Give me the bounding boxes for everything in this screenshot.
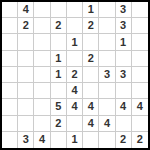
cell-r6c4[interactable] <box>51 83 67 99</box>
cell-r3c6[interactable] <box>83 34 99 50</box>
cell-r9c7[interactable] <box>99 132 115 148</box>
cell-r8c6[interactable]: 4 <box>83 116 99 132</box>
cell-r4c8[interactable] <box>116 51 132 67</box>
cell-r4c1[interactable] <box>2 51 18 67</box>
cell-r3c5[interactable]: 1 <box>67 34 83 50</box>
cell-r9c5[interactable]: 1 <box>67 132 83 148</box>
cell-r3c7[interactable] <box>99 34 115 50</box>
cell-r4c7[interactable] <box>99 51 115 67</box>
cell-r7c1[interactable] <box>2 99 18 115</box>
cell-r5c3[interactable] <box>34 67 50 83</box>
cell-r1c4[interactable] <box>51 2 67 18</box>
cell-r2c6[interactable]: 2 <box>83 18 99 34</box>
cell-r9c8[interactable]: 2 <box>116 132 132 148</box>
cell-r4c5[interactable] <box>67 51 83 67</box>
cell-r9c2[interactable]: 3 <box>18 132 34 148</box>
cell-r6c2[interactable] <box>18 83 34 99</box>
cell-r4c4[interactable]: 1 <box>51 51 67 67</box>
cell-r1c8[interactable]: 3 <box>116 2 132 18</box>
cell-r7c4[interactable]: 5 <box>51 99 67 115</box>
cell-r6c6[interactable] <box>83 83 99 99</box>
cell-r2c4[interactable]: 2 <box>51 18 67 34</box>
cell-r1c2[interactable]: 4 <box>18 2 34 18</box>
cell-r6c8[interactable] <box>116 83 132 99</box>
cell-r7c3[interactable] <box>34 99 50 115</box>
cell-r5c7[interactable]: 3 <box>99 67 115 83</box>
cell-r1c9[interactable] <box>132 2 148 18</box>
cell-r2c5[interactable] <box>67 18 83 34</box>
cell-r7c8[interactable]: 4 <box>116 99 132 115</box>
cell-r7c5[interactable]: 4 <box>67 99 83 115</box>
cell-r6c9[interactable] <box>132 83 148 99</box>
cell-r4c3[interactable] <box>34 51 50 67</box>
cell-r5c1[interactable] <box>2 67 18 83</box>
cell-r6c1[interactable] <box>2 83 18 99</box>
cell-r8c3[interactable] <box>34 116 50 132</box>
cell-r9c3[interactable]: 4 <box>34 132 50 148</box>
puzzle-board: 41322231112123345444424434122 <box>0 0 150 150</box>
cell-r3c9[interactable] <box>132 34 148 50</box>
cell-r3c1[interactable] <box>2 34 18 50</box>
cell-r8c4[interactable]: 2 <box>51 116 67 132</box>
cell-r3c4[interactable] <box>51 34 67 50</box>
cell-r7c6[interactable]: 4 <box>83 99 99 115</box>
cell-r5c2[interactable] <box>18 67 34 83</box>
cell-r1c5[interactable] <box>67 2 83 18</box>
cell-r5c4[interactable]: 1 <box>51 67 67 83</box>
cell-r8c5[interactable] <box>67 116 83 132</box>
cell-r4c6[interactable]: 2 <box>83 51 99 67</box>
cell-r1c1[interactable] <box>2 2 18 18</box>
cell-r9c4[interactable] <box>51 132 67 148</box>
cell-r1c3[interactable] <box>34 2 50 18</box>
cell-r1c6[interactable]: 1 <box>83 2 99 18</box>
cell-r9c1[interactable] <box>2 132 18 148</box>
cell-r3c3[interactable] <box>34 34 50 50</box>
cell-r5c5[interactable]: 2 <box>67 67 83 83</box>
cell-r1c7[interactable] <box>99 2 115 18</box>
cell-r8c7[interactable]: 4 <box>99 116 115 132</box>
cell-r5c8[interactable]: 3 <box>116 67 132 83</box>
cell-r7c2[interactable] <box>18 99 34 115</box>
cell-r9c6[interactable] <box>83 132 99 148</box>
cell-r8c2[interactable] <box>18 116 34 132</box>
cell-r3c8[interactable]: 1 <box>116 34 132 50</box>
cell-r6c7[interactable] <box>99 83 115 99</box>
cell-r2c1[interactable] <box>2 18 18 34</box>
cell-r4c9[interactable] <box>132 51 148 67</box>
cell-r9c9[interactable]: 2 <box>132 132 148 148</box>
cell-r8c1[interactable] <box>2 116 18 132</box>
cell-r8c8[interactable] <box>116 116 132 132</box>
cell-r2c3[interactable] <box>34 18 50 34</box>
cell-r4c2[interactable] <box>18 51 34 67</box>
cell-r5c6[interactable] <box>83 67 99 83</box>
cell-r2c7[interactable] <box>99 18 115 34</box>
cell-r6c3[interactable] <box>34 83 50 99</box>
cell-r7c7[interactable] <box>99 99 115 115</box>
cell-r3c2[interactable] <box>18 34 34 50</box>
cell-r7c9[interactable]: 4 <box>132 99 148 115</box>
cell-r2c2[interactable]: 2 <box>18 18 34 34</box>
cell-r6c5[interactable]: 4 <box>67 83 83 99</box>
cell-r5c9[interactable] <box>132 67 148 83</box>
cell-r2c8[interactable]: 3 <box>116 18 132 34</box>
cell-r8c9[interactable] <box>132 116 148 132</box>
cell-r2c9[interactable] <box>132 18 148 34</box>
